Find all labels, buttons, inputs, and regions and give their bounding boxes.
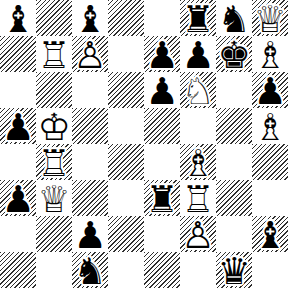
square-a1[interactable] [0, 252, 36, 288]
square-c1[interactable]: ♞♞ [72, 252, 108, 288]
white-queen-piece-halo: ♛ [36, 181, 72, 217]
square-f4[interactable]: ♝♗ [180, 144, 216, 180]
black-pawn-piece-halo: ♟ [144, 73, 180, 109]
square-f1[interactable] [180, 252, 216, 288]
black-king-piece: ♚ [216, 37, 252, 73]
black-queen-piece-halo: ♛ [216, 253, 252, 288]
square-h1[interactable] [252, 252, 288, 288]
square-g4[interactable] [216, 144, 252, 180]
square-e3[interactable]: ♜♜ [144, 180, 180, 216]
square-g6[interactable] [216, 72, 252, 108]
white-rook-piece: ♖ [36, 37, 72, 73]
white-pawn-piece: ♙ [180, 217, 216, 253]
square-c4[interactable] [72, 144, 108, 180]
white-knight-piece: ♘ [180, 73, 216, 109]
square-c2[interactable]: ♟♟ [72, 216, 108, 252]
white-rook-piece-halo: ♜ [36, 37, 72, 73]
black-pawn-piece: ♟ [144, 73, 180, 109]
square-a3[interactable]: ♟♟ [0, 180, 36, 216]
square-g1[interactable]: ♛♛ [216, 252, 252, 288]
white-queen-piece: ♕ [252, 1, 288, 37]
white-bishop-piece-halo: ♝ [252, 109, 288, 145]
square-d4[interactable] [108, 144, 144, 180]
square-c3[interactable] [72, 180, 108, 216]
square-b5[interactable]: ♚♔ [36, 108, 72, 144]
white-bishop-piece: ♗ [252, 109, 288, 145]
black-pawn-piece-halo: ♟ [72, 217, 108, 253]
square-d2[interactable] [108, 216, 144, 252]
white-bishop-piece-halo: ♝ [180, 145, 216, 181]
square-c7[interactable]: ♟♙ [72, 36, 108, 72]
square-b2[interactable] [36, 216, 72, 252]
black-rook-piece: ♜ [144, 181, 180, 217]
square-f6[interactable]: ♞♘ [180, 72, 216, 108]
square-g3[interactable] [216, 180, 252, 216]
square-f3[interactable]: ♜♖ [180, 180, 216, 216]
black-knight-piece: ♞ [216, 1, 252, 37]
square-g7[interactable]: ♚♚ [216, 36, 252, 72]
square-h6[interactable]: ♟♟ [252, 72, 288, 108]
square-h7[interactable]: ♝♗ [252, 36, 288, 72]
square-f2[interactable]: ♟♙ [180, 216, 216, 252]
white-rook-piece: ♖ [36, 145, 72, 181]
square-c6[interactable] [72, 72, 108, 108]
square-h2[interactable]: ♝♝ [252, 216, 288, 252]
black-queen-piece: ♛ [216, 253, 252, 288]
black-rook-piece: ♜ [180, 1, 216, 37]
black-pawn-piece-halo: ♟ [0, 181, 36, 217]
square-e2[interactable] [144, 216, 180, 252]
square-h3[interactable] [252, 180, 288, 216]
square-e4[interactable] [144, 144, 180, 180]
black-bishop-piece: ♝ [0, 1, 36, 37]
black-rook-piece-halo: ♜ [180, 1, 216, 37]
white-rook-piece: ♖ [180, 181, 216, 217]
black-knight-piece-halo: ♞ [216, 1, 252, 37]
square-d8[interactable] [108, 0, 144, 36]
square-b8[interactable] [36, 0, 72, 36]
square-f8[interactable]: ♜♜ [180, 0, 216, 36]
square-f5[interactable] [180, 108, 216, 144]
black-pawn-piece: ♟ [72, 217, 108, 253]
white-rook-piece-halo: ♜ [36, 145, 72, 181]
white-queen-piece-halo: ♛ [252, 1, 288, 37]
square-b7[interactable]: ♜♖ [36, 36, 72, 72]
square-a7[interactable] [0, 36, 36, 72]
square-a5[interactable]: ♟♟ [0, 108, 36, 144]
white-bishop-piece-halo: ♝ [252, 37, 288, 73]
square-h4[interactable] [252, 144, 288, 180]
black-knight-piece: ♞ [72, 253, 108, 288]
black-pawn-piece: ♟ [180, 37, 216, 73]
square-g5[interactable] [216, 108, 252, 144]
square-d3[interactable] [108, 180, 144, 216]
square-h5[interactable]: ♝♗ [252, 108, 288, 144]
square-d1[interactable] [108, 252, 144, 288]
black-bishop-piece-halo: ♝ [252, 217, 288, 253]
square-h8[interactable]: ♛♕ [252, 0, 288, 36]
black-pawn-piece: ♟ [252, 73, 288, 109]
black-pawn-piece-halo: ♟ [252, 73, 288, 109]
white-king-piece: ♔ [36, 109, 72, 145]
square-d5[interactable] [108, 108, 144, 144]
black-bishop-piece: ♝ [72, 1, 108, 37]
square-d7[interactable] [108, 36, 144, 72]
white-king-piece-halo: ♚ [36, 109, 72, 145]
black-pawn-piece-halo: ♟ [0, 109, 36, 145]
white-rook-piece-halo: ♜ [180, 181, 216, 217]
black-pawn-piece: ♟ [0, 181, 36, 217]
square-e8[interactable] [144, 0, 180, 36]
square-b6[interactable] [36, 72, 72, 108]
chess-board: ♝♝♝♝♜♜♞♞♛♕♜♖♟♙♟♟♟♟♚♚♝♗♟♟♞♘♟♟♟♟♚♔♝♗♜♖♝♗♟♟… [0, 0, 288, 288]
white-pawn-piece: ♙ [72, 37, 108, 73]
white-bishop-piece: ♗ [180, 145, 216, 181]
white-queen-piece: ♕ [36, 181, 72, 217]
white-pawn-piece-halo: ♟ [72, 37, 108, 73]
white-pawn-piece-halo: ♟ [180, 217, 216, 253]
square-e5[interactable] [144, 108, 180, 144]
square-e6[interactable]: ♟♟ [144, 72, 180, 108]
black-king-piece-halo: ♚ [216, 37, 252, 73]
black-rook-piece-halo: ♜ [144, 181, 180, 217]
white-knight-piece-halo: ♞ [180, 73, 216, 109]
square-c5[interactable] [72, 108, 108, 144]
black-pawn-piece-halo: ♟ [144, 37, 180, 73]
black-pawn-piece: ♟ [0, 109, 36, 145]
square-f7[interactable]: ♟♟ [180, 36, 216, 72]
square-c8[interactable]: ♝♝ [72, 0, 108, 36]
square-d6[interactable] [108, 72, 144, 108]
black-bishop-piece: ♝ [252, 217, 288, 253]
black-pawn-piece-halo: ♟ [180, 37, 216, 73]
square-a8[interactable]: ♝♝ [0, 0, 36, 36]
black-bishop-piece-halo: ♝ [0, 1, 36, 37]
black-pawn-piece: ♟ [144, 37, 180, 73]
square-b4[interactable]: ♜♖ [36, 144, 72, 180]
white-bishop-piece: ♗ [252, 37, 288, 73]
square-a4[interactable] [0, 144, 36, 180]
black-knight-piece-halo: ♞ [72, 253, 108, 288]
square-g8[interactable]: ♞♞ [216, 0, 252, 36]
square-e7[interactable]: ♟♟ [144, 36, 180, 72]
square-b1[interactable] [36, 252, 72, 288]
black-bishop-piece-halo: ♝ [72, 1, 108, 37]
square-b3[interactable]: ♛♕ [36, 180, 72, 216]
square-a2[interactable] [0, 216, 36, 252]
square-a6[interactable] [0, 72, 36, 108]
square-g2[interactable] [216, 216, 252, 252]
square-e1[interactable] [144, 252, 180, 288]
